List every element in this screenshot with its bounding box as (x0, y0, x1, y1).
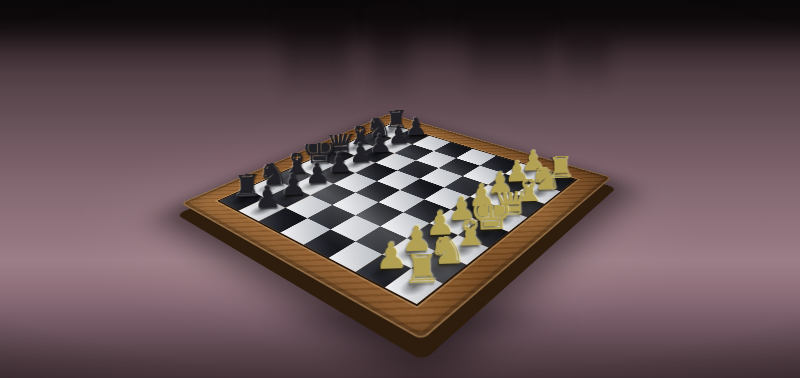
piece-white-rook[interactable]: ♜ (401, 253, 444, 290)
piece-black-pawn[interactable]: ♟ (250, 183, 284, 213)
splash-scene: ♜♞♝♚♛♝♞♜♟♟♟♟♟♟♟♟♟♟♟♟♟♟♟♟♜♞♝♚♛♝♞♜ (0, 0, 800, 378)
board-3d-scene: ♜♞♝♚♛♝♞♜♟♟♟♟♟♟♟♟♟♟♟♟♟♟♟♟♜♞♝♚♛♝♞♜ (0, 0, 800, 378)
board-grid: ♜♞♝♚♛♝♞♜♟♟♟♟♟♟♟♟♟♟♟♟♟♟♟♟♜♞♝♚♛♝♞♜ (220, 124, 575, 304)
chess-board-frame: ♜♞♝♚♛♝♞♜♟♟♟♟♟♟♟♟♟♟♟♟♟♟♟♟♜♞♝♚♛♝♞♜ (180, 114, 612, 341)
